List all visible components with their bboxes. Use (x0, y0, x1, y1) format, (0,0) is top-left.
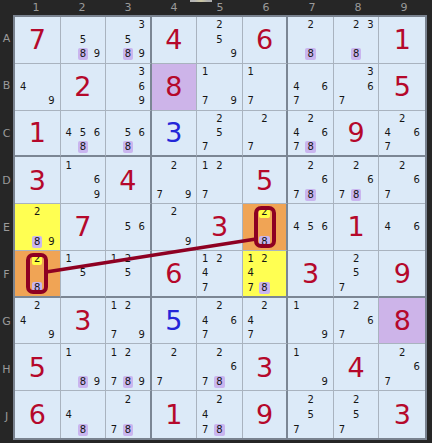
cell-C1[interactable]: 1 (15, 111, 61, 158)
candidate-7[interactable]: 7 (380, 188, 395, 203)
candidate-7[interactable]: 7 (198, 188, 212, 203)
candidate-7[interactable]: 7 (335, 188, 349, 203)
candidate-7[interactable]: 7 (289, 188, 303, 203)
candidate-8[interactable]: 8 (76, 422, 90, 437)
candidate-8[interactable]: 8 (76, 140, 90, 154)
candidate-2[interactable]: 2 (349, 299, 363, 314)
cell-G2[interactable]: 3 (61, 298, 107, 345)
cell-F2[interactable]: 15 (61, 251, 107, 298)
cell-C7[interactable]: 24678 (288, 111, 334, 158)
cell-D4[interactable]: 279 (152, 157, 198, 204)
column-header-5: 5 (197, 0, 243, 15)
candidate-6[interactable]: 6 (227, 313, 241, 328)
candidate-4[interactable]: 4 (16, 313, 30, 328)
candidate-2[interactable]: 2 (304, 112, 318, 126)
cell-J3[interactable]: 278 (106, 391, 152, 438)
candidate-5[interactable]: 5 (121, 266, 135, 280)
candidate-7[interactable]: 7 (289, 94, 303, 109)
candidate-2[interactable]: 2 (212, 392, 226, 407)
cell-value: 4 (334, 344, 379, 390)
cell-A5[interactable]: 259 (197, 17, 243, 64)
candidate-6[interactable]: 6 (363, 79, 377, 94)
candidate-grid: 3589 (107, 18, 149, 62)
candidate-6[interactable]: 6 (409, 173, 424, 188)
cell-D5[interactable]: 127 (197, 157, 243, 204)
cell-J7[interactable]: 257 (288, 391, 334, 438)
candidate-8[interactable]: 8 (121, 422, 135, 437)
candidate-5[interactable]: 5 (212, 33, 226, 48)
candidate-digit: 1 (291, 300, 301, 312)
candidate-digit: 2 (32, 206, 42, 218)
candidate-1[interactable]: 1 (198, 158, 212, 173)
candidate-4[interactable]: 4 (244, 266, 258, 280)
candidate-7[interactable]: 7 (244, 140, 258, 154)
cell-H2[interactable]: 189 (61, 344, 107, 391)
candidate-7[interactable]: 7 (244, 94, 258, 109)
candidate-grid: 456 (289, 205, 332, 249)
candidate-7[interactable]: 7 (335, 422, 349, 437)
cell-E1[interactable]: 289 (15, 204, 61, 251)
candidate-6[interactable]: 6 (318, 79, 332, 94)
candidate-2[interactable]: 2 (121, 252, 135, 266)
candidate-4[interactable]: 4 (289, 126, 303, 140)
candidate-digit: 9 (320, 329, 330, 341)
candidate-9[interactable]: 9 (318, 375, 332, 390)
cell-value: 6 (152, 251, 197, 296)
candidate-9[interactable]: 9 (135, 47, 149, 62)
candidate-highlight-purple: 8 (259, 236, 269, 248)
candidate-7[interactable]: 7 (153, 375, 167, 390)
cell-A8[interactable]: 238 (334, 17, 380, 64)
cell-A2[interactable]: 589 (61, 17, 107, 64)
cell-H9[interactable]: 267 (379, 344, 425, 391)
cell-F7[interactable]: 3 (288, 251, 334, 298)
candidate-2[interactable]: 2 (349, 18, 363, 33)
cell-value: 6 (243, 17, 287, 63)
candidate-digit: 6 (137, 81, 147, 93)
candidate-2[interactable]: 2 (212, 345, 226, 360)
candidate-7[interactable]: 7 (107, 328, 121, 343)
candidate-4[interactable]: 4 (198, 407, 212, 422)
candidate-4[interactable]: 4 (62, 407, 76, 422)
candidate-8[interactable]: 8 (212, 375, 226, 390)
candidate-1[interactable]: 1 (107, 252, 121, 266)
cell-A1[interactable]: 7 (15, 17, 61, 64)
candidate-8[interactable]: 8 (121, 47, 135, 62)
cell-E4[interactable]: 29 (152, 204, 198, 251)
candidate-grid: 257 (198, 112, 241, 155)
candidate-digit: 6 (320, 127, 330, 139)
candidate-5[interactable]: 5 (121, 126, 135, 140)
candidate-digit: 6 (92, 174, 102, 186)
candidate-digit: 5 (78, 34, 88, 46)
candidate-1[interactable]: 1 (62, 158, 76, 173)
candidate-5[interactable]: 5 (304, 407, 318, 422)
candidate-2[interactable]: 2 (395, 345, 410, 360)
cell-J5[interactable]: 2478 (197, 391, 243, 438)
candidate-8[interactable]: 8 (76, 375, 90, 390)
candidate-6[interactable]: 6 (227, 360, 241, 375)
candidate-7[interactable]: 7 (107, 422, 121, 437)
cell-F9[interactable]: 9 (379, 251, 425, 298)
candidate-8[interactable]: 8 (349, 47, 363, 62)
candidate-9[interactable]: 9 (44, 328, 58, 343)
candidate-9[interactable]: 9 (90, 47, 104, 62)
candidate-7[interactable]: 7 (335, 280, 349, 294)
candidate-2[interactable]: 2 (304, 392, 318, 407)
candidate-7[interactable]: 7 (153, 188, 167, 203)
candidate-5[interactable]: 5 (349, 407, 363, 422)
cell-J1[interactable]: 6 (15, 391, 61, 438)
candidate-7[interactable]: 7 (198, 328, 212, 343)
candidate-digit: 3 (137, 19, 147, 31)
candidate-3[interactable]: 3 (135, 18, 149, 33)
candidate-1[interactable]: 1 (198, 65, 212, 80)
cell-B3[interactable]: 369 (106, 64, 152, 111)
cell-C2[interactable]: 4568 (61, 111, 107, 158)
cell-E7[interactable]: 456 (288, 204, 334, 251)
cell-C8[interactable]: 9 (334, 111, 380, 158)
cell-C6[interactable]: 27 (243, 111, 289, 158)
candidate-digit: 7 (383, 189, 393, 201)
candidate-grid: 12478 (244, 252, 286, 295)
candidate-3[interactable]: 3 (363, 65, 377, 80)
cell-A3[interactable]: 3589 (106, 17, 152, 64)
candidate-2[interactable]: 2 (349, 252, 363, 266)
candidate-2[interactable]: 2 (395, 158, 410, 173)
candidate-3[interactable]: 3 (363, 18, 377, 33)
candidate-9[interactable]: 9 (135, 375, 149, 390)
column-header-3: 3 (105, 0, 151, 15)
candidate-digit: 4 (383, 221, 393, 233)
candidate-4[interactable]: 4 (198, 266, 212, 280)
cell-value: 1 (15, 111, 60, 156)
cell-C9[interactable]: 2467 (379, 111, 425, 158)
cell-F1[interactable]: 28 (15, 251, 61, 298)
candidate-6[interactable]: 6 (363, 313, 377, 328)
candidate-9[interactable]: 9 (135, 328, 149, 343)
candidate-6[interactable]: 6 (90, 173, 104, 188)
cell-J6[interactable]: 9 (243, 391, 289, 438)
cell-E8[interactable]: 1 (334, 204, 380, 251)
cell-B5[interactable]: 179 (197, 64, 243, 111)
candidate-grid: 279 (153, 158, 196, 202)
candidate-highlight-purple: 8 (78, 376, 88, 388)
cell-D7[interactable]: 2678 (288, 157, 334, 204)
candidate-7[interactable]: 7 (289, 140, 303, 154)
candidate-4[interactable]: 4 (380, 126, 395, 140)
cell-J9[interactable]: 3 (379, 391, 425, 438)
column-header-2: 2 (59, 0, 105, 15)
candidate-9[interactable]: 9 (44, 94, 58, 109)
cell-B1[interactable]: 49 (15, 64, 61, 111)
candidate-4[interactable]: 4 (289, 220, 303, 235)
candidate-2[interactable]: 2 (121, 392, 135, 407)
candidate-2[interactable]: 2 (258, 252, 272, 266)
candidate-grid: 568 (107, 112, 149, 155)
candidate-digit: 9 (183, 189, 193, 201)
candidate-9[interactable]: 9 (90, 375, 104, 390)
candidate-grid: 15 (62, 252, 105, 295)
candidate-grid: 24678 (289, 112, 332, 155)
candidate-2[interactable]: 2 (212, 252, 226, 266)
candidate-grid: 589 (62, 18, 105, 62)
cell-D3[interactable]: 4 (106, 157, 152, 204)
cell-H3[interactable]: 12789 (106, 344, 152, 391)
candidate-2[interactable]: 2 (258, 205, 272, 220)
candidate-grid: 189 (62, 345, 105, 389)
candidate-5[interactable]: 5 (121, 220, 135, 235)
cell-F4[interactable]: 6 (152, 251, 198, 298)
board: 7589358942596282381492369817917467367514… (13, 15, 427, 440)
cell-E9[interactable]: 46 (379, 204, 425, 251)
candidate-8[interactable]: 8 (212, 422, 226, 437)
candidate-7[interactable]: 7 (380, 375, 395, 390)
candidate-9[interactable]: 9 (44, 234, 58, 249)
cell-H5[interactable]: 2678 (197, 344, 243, 391)
candidate-2[interactable]: 2 (258, 112, 272, 126)
candidate-digit: 7 (200, 329, 210, 341)
candidate-6[interactable]: 6 (409, 360, 424, 375)
candidate-8[interactable]: 8 (258, 280, 272, 294)
cell-E2[interactable]: 7 (61, 204, 107, 251)
candidate-digit: 1 (109, 300, 119, 312)
candidate-9[interactable]: 9 (181, 188, 195, 203)
candidate-highlight-purple: 8 (305, 141, 315, 153)
candidate-grid: 4568 (62, 112, 105, 155)
cell-D2[interactable]: 169 (61, 157, 107, 204)
cell-B9[interactable]: 5 (379, 64, 425, 111)
candidate-5[interactable]: 5 (76, 266, 90, 280)
candidate-5[interactable]: 5 (121, 33, 135, 48)
candidate-4[interactable]: 4 (62, 126, 76, 140)
cell-value: 3 (61, 298, 106, 344)
cell-value: 5 (243, 157, 287, 203)
candidate-7[interactable]: 7 (335, 94, 349, 109)
candidate-6[interactable]: 6 (318, 220, 332, 235)
cell-value: 3 (152, 111, 197, 156)
cell-B6[interactable]: 17 (243, 64, 289, 111)
cell-H1[interactable]: 5 (15, 344, 61, 391)
candidate-9[interactable]: 9 (181, 234, 195, 249)
cell-D8[interactable]: 2678 (334, 157, 380, 204)
cell-G8[interactable]: 267 (334, 298, 380, 345)
candidate-8[interactable]: 8 (304, 188, 318, 203)
candidate-2[interactable]: 2 (212, 299, 226, 314)
cell-G6[interactable]: 247 (243, 298, 289, 345)
candidate-7[interactable]: 7 (198, 422, 212, 437)
candidate-8[interactable]: 8 (349, 188, 363, 203)
cell-A6[interactable]: 6 (243, 17, 289, 64)
candidate-8[interactable]: 8 (304, 47, 318, 62)
candidate-digit: 1 (200, 253, 210, 265)
candidate-2[interactable]: 2 (349, 392, 363, 407)
candidate-6[interactable]: 6 (363, 173, 377, 188)
candidate-7[interactable]: 7 (335, 328, 349, 343)
candidate-digit: 9 (320, 376, 330, 388)
candidate-6[interactable]: 6 (318, 126, 332, 140)
candidate-6[interactable]: 6 (135, 79, 149, 94)
candidate-7[interactable]: 7 (198, 375, 212, 390)
cell-E6[interactable]: 28 (243, 204, 289, 251)
candidate-digit: 7 (200, 95, 210, 107)
candidate-2[interactable]: 2 (212, 18, 226, 33)
candidate-8[interactable]: 8 (258, 234, 272, 249)
cell-H4[interactable]: 27 (152, 344, 198, 391)
candidate-digit: 4 (18, 81, 28, 93)
candidate-8[interactable]: 8 (304, 140, 318, 154)
candidate-1[interactable]: 1 (289, 299, 303, 314)
cell-B8[interactable]: 367 (334, 64, 380, 111)
candidate-5[interactable]: 5 (349, 266, 363, 280)
candidate-6[interactable]: 6 (135, 126, 149, 140)
cell-J2[interactable]: 48 (61, 391, 107, 438)
candidate-2[interactable]: 2 (304, 18, 318, 33)
candidate-1[interactable]: 1 (198, 252, 212, 266)
candidate-2[interactable]: 2 (304, 158, 318, 173)
candidate-digit: 4 (291, 221, 301, 233)
candidate-grid: 1279 (107, 299, 149, 343)
candidate-7[interactable]: 7 (289, 422, 303, 437)
row-headers: ABCDEFGHJ (0, 15, 13, 440)
cell-F3[interactable]: 125 (106, 251, 152, 298)
candidate-9[interactable]: 9 (227, 47, 241, 62)
candidate-2[interactable]: 2 (30, 299, 44, 314)
candidate-4[interactable]: 4 (16, 79, 30, 94)
candidate-2[interactable]: 2 (212, 112, 226, 126)
cell-G1[interactable]: 249 (15, 298, 61, 345)
cell-F5[interactable]: 1247 (197, 251, 243, 298)
candidate-digit: 5 (78, 127, 88, 139)
cell-G5[interactable]: 2467 (197, 298, 243, 345)
candidate-6[interactable]: 6 (409, 126, 424, 140)
cell-C4[interactable]: 3 (152, 111, 198, 158)
candidate-1[interactable]: 1 (107, 299, 121, 314)
candidate-1[interactable]: 1 (289, 345, 303, 360)
candidate-5[interactable]: 5 (76, 126, 90, 140)
candidate-9[interactable]: 9 (227, 94, 241, 109)
candidate-2[interactable]: 2 (395, 112, 410, 126)
candidate-1[interactable]: 1 (62, 252, 76, 266)
candidate-7[interactable]: 7 (244, 280, 258, 294)
candidate-6[interactable]: 6 (409, 220, 424, 235)
candidate-digit: 2 (397, 160, 407, 172)
candidate-2[interactable]: 2 (121, 299, 135, 314)
candidate-4[interactable]: 4 (289, 79, 303, 94)
candidate-7[interactable]: 7 (198, 94, 212, 109)
candidate-2[interactable]: 2 (30, 205, 44, 220)
candidate-9[interactable]: 9 (90, 188, 104, 203)
candidate-1[interactable]: 1 (244, 252, 258, 266)
candidate-8[interactable]: 8 (30, 280, 44, 294)
candidate-digit: 4 (383, 127, 393, 139)
cell-D9[interactable]: 267 (379, 157, 425, 204)
candidate-2[interactable]: 2 (349, 158, 363, 173)
candidate-9[interactable]: 9 (318, 328, 332, 343)
cell-value: 3 (288, 251, 333, 296)
candidate-9[interactable]: 9 (135, 94, 149, 109)
cell-J8[interactable]: 257 (334, 391, 380, 438)
cell-G4[interactable]: 5 (152, 298, 198, 345)
cell-G3[interactable]: 1279 (106, 298, 152, 345)
cell-D6[interactable]: 5 (243, 157, 289, 204)
candidate-6[interactable]: 6 (318, 173, 332, 188)
candidate-7[interactable]: 7 (198, 280, 212, 294)
candidate-grid: 259 (198, 18, 241, 62)
candidate-7[interactable]: 7 (107, 375, 121, 390)
candidate-5[interactable]: 5 (304, 220, 318, 235)
cell-E3[interactable]: 56 (106, 204, 152, 251)
candidate-2[interactable]: 2 (30, 252, 44, 266)
candidate-4[interactable]: 4 (380, 220, 395, 235)
candidate-5[interactable]: 5 (212, 126, 226, 140)
candidate-2[interactable]: 2 (167, 158, 181, 173)
cell-E5[interactable]: 3 (197, 204, 243, 251)
cell-G9[interactable]: 8 (379, 298, 425, 345)
candidate-4[interactable]: 4 (244, 313, 258, 328)
row-header-H: H (0, 346, 13, 393)
cell-H7[interactable]: 19 (288, 344, 334, 391)
cell-A9[interactable]: 1 (379, 17, 425, 64)
candidate-8[interactable]: 8 (121, 375, 135, 390)
candidate-1[interactable]: 1 (244, 65, 258, 80)
candidate-7[interactable]: 7 (198, 140, 212, 154)
candidate-6[interactable]: 6 (135, 220, 149, 235)
candidate-digit: 7 (337, 95, 347, 107)
candidate-8[interactable]: 8 (30, 234, 44, 249)
cell-F6[interactable]: 12478 (243, 251, 289, 298)
candidate-grid: 46 (380, 205, 424, 249)
candidate-4[interactable]: 4 (198, 313, 212, 328)
cell-A7[interactable]: 28 (288, 17, 334, 64)
candidate-1[interactable]: 1 (107, 345, 121, 360)
cell-C3[interactable]: 568 (106, 111, 152, 158)
candidate-2[interactable]: 2 (258, 299, 272, 314)
candidate-2[interactable]: 2 (212, 158, 226, 173)
cell-B4[interactable]: 8 (152, 64, 198, 111)
candidate-5[interactable]: 5 (76, 33, 90, 48)
candidate-2[interactable]: 2 (121, 345, 135, 360)
candidate-digit: 6 (320, 221, 330, 233)
candidate-digit: 9 (137, 48, 147, 60)
candidate-digit: 4 (18, 315, 28, 327)
cell-H8[interactable]: 4 (334, 344, 380, 391)
cell-B2[interactable]: 2 (61, 64, 107, 111)
candidate-1[interactable]: 1 (62, 345, 76, 360)
candidate-2[interactable]: 2 (167, 345, 181, 360)
cell-C5[interactable]: 257 (197, 111, 243, 158)
cell-J4[interactable]: 1 (152, 391, 198, 438)
candidate-2[interactable]: 2 (167, 205, 181, 220)
cell-F8[interactable]: 257 (334, 251, 380, 298)
candidate-8[interactable]: 8 (121, 140, 135, 154)
cell-H6[interactable]: 3 (243, 344, 289, 391)
candidate-grid: 2678 (335, 158, 378, 202)
candidate-7[interactable]: 7 (380, 140, 395, 154)
candidate-6[interactable]: 6 (90, 126, 104, 140)
cell-A4[interactable]: 4 (152, 17, 198, 64)
cell-D1[interactable]: 3 (15, 157, 61, 204)
candidate-digit: 7 (246, 329, 256, 341)
cell-B7[interactable]: 467 (288, 64, 334, 111)
candidate-digit: 2 (169, 347, 179, 359)
candidate-grid: 289 (16, 205, 59, 249)
candidate-8[interactable]: 8 (76, 47, 90, 62)
candidate-7[interactable]: 7 (244, 328, 258, 343)
candidate-grid: 267 (380, 345, 424, 389)
cell-G7[interactable]: 19 (288, 298, 334, 345)
candidate-3[interactable]: 3 (135, 65, 149, 80)
